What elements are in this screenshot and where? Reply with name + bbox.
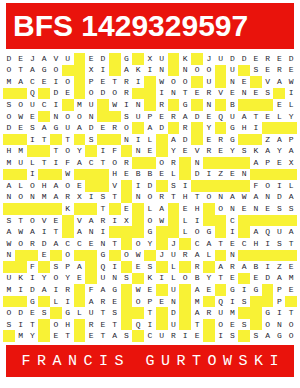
grid-block-cell	[97, 134, 109, 146]
grid-block-cell	[85, 145, 97, 157]
grid-block-cell	[168, 203, 180, 215]
grid-block-cell	[238, 307, 250, 319]
grid-letter-cell: H	[3, 145, 15, 157]
grid-block-cell	[168, 122, 180, 134]
grid-block-cell	[144, 250, 156, 262]
grid-block-cell	[109, 203, 121, 215]
grid-letter-cell: L	[273, 111, 285, 123]
grid-letter-cell: L	[285, 99, 297, 111]
grid-letter-cell: P	[273, 296, 285, 308]
grid-letter-cell: Y	[27, 330, 39, 342]
grid-letter-cell: R	[97, 296, 109, 308]
grid-block-cell	[250, 215, 262, 227]
grid-letter-cell: P	[62, 261, 74, 273]
grid-block-cell	[85, 250, 97, 262]
grid-letter-cell: H	[191, 203, 203, 215]
grid-block-cell	[191, 134, 203, 146]
grid-letter-cell: T	[109, 238, 121, 250]
grid-letter-cell: G	[179, 99, 191, 111]
grid-block-cell	[238, 65, 250, 77]
grid-letter-cell: Q	[215, 111, 227, 123]
grid-block-cell	[132, 226, 144, 238]
grid-letter-cell: A	[3, 180, 15, 192]
grid-block-cell	[97, 180, 109, 192]
grid-letter-cell: D	[285, 53, 297, 65]
grid-letter-cell: I	[132, 134, 144, 146]
grid-letter-cell: I	[97, 145, 109, 157]
grid-letter-cell: I	[144, 319, 156, 331]
grid-block-cell	[15, 296, 27, 308]
grid-letter-cell: M	[3, 76, 15, 88]
grid-letter-cell: A	[215, 261, 227, 273]
grid-letter-cell: S	[38, 307, 50, 319]
grid-letter-cell: Y	[74, 145, 86, 157]
grid-letter-cell: O	[3, 307, 15, 319]
grid-letter-cell: K	[144, 273, 156, 285]
grid-letter-cell: O	[132, 296, 144, 308]
grid-letter-cell: A	[191, 250, 203, 262]
grid-block-cell	[74, 203, 86, 215]
grid-letter-cell: E	[27, 307, 39, 319]
grid-letter-cell: I	[97, 226, 109, 238]
grid-letter-cell: B	[144, 169, 156, 181]
grid-letter-cell: N	[85, 226, 97, 238]
grid-letter-cell: T	[168, 192, 180, 204]
grid-letter-cell: T	[109, 76, 121, 88]
grid-letter-cell: E	[203, 284, 215, 296]
grid-letter-cell: O	[168, 76, 180, 88]
grid-block-cell	[203, 215, 215, 227]
grid-block-cell	[179, 307, 191, 319]
grid-letter-cell: R	[203, 88, 215, 100]
grid-letter-cell: V	[191, 145, 203, 157]
grid-letter-cell: A	[74, 226, 86, 238]
grid-letter-cell: A	[262, 330, 274, 342]
grid-block-cell	[38, 145, 50, 157]
grid-block-cell	[262, 296, 274, 308]
grid-letter-cell: R	[62, 284, 74, 296]
grid-letter-cell: Q	[262, 226, 274, 238]
grid-letter-cell: S	[27, 122, 39, 134]
grid-letter-cell: E	[144, 145, 156, 157]
grid-letter-cell: L	[168, 273, 180, 285]
grid-letter-cell: R	[262, 53, 274, 65]
grid-block-cell	[273, 250, 285, 262]
cover-title-banner: BFS 1429329597	[6, 3, 294, 49]
grid-letter-cell: R	[273, 65, 285, 77]
grid-letter-cell: A	[191, 284, 203, 296]
grid-letter-cell: G	[62, 307, 74, 319]
grid-letter-cell: I	[179, 180, 191, 192]
grid-letter-cell: A	[250, 226, 262, 238]
grid-letter-cell: C	[144, 330, 156, 342]
grid-block-cell	[262, 99, 274, 111]
grid-letter-cell: W	[132, 250, 144, 262]
grid-block-cell	[144, 76, 156, 88]
grid-letter-cell: P	[285, 134, 297, 146]
grid-letter-cell: E	[285, 65, 297, 77]
grid-letter-cell: I	[132, 180, 144, 192]
grid-block-cell	[38, 330, 50, 342]
grid-letter-cell: E	[121, 203, 133, 215]
grid-letter-cell: R	[215, 134, 227, 146]
grid-letter-cell: S	[238, 296, 250, 308]
grid-block-cell	[203, 203, 215, 215]
grid-letter-cell: W	[15, 226, 27, 238]
grid-letter-cell: L	[144, 134, 156, 146]
grid-block-cell	[132, 53, 144, 65]
grid-letter-cell: B	[132, 169, 144, 181]
grid-block-cell	[97, 99, 109, 111]
grid-block-cell	[50, 134, 62, 146]
grid-block-cell	[85, 203, 97, 215]
grid-letter-cell: Y	[38, 273, 50, 285]
grid-letter-cell: S	[144, 261, 156, 273]
grid-letter-cell: T	[62, 330, 74, 342]
grid-letter-cell: T	[191, 319, 203, 331]
grid-letter-cell: E	[215, 145, 227, 157]
grid-letter-cell: E	[156, 296, 168, 308]
grid-block-cell	[273, 215, 285, 227]
grid-letter-cell: S	[285, 203, 297, 215]
grid-letter-cell: I	[144, 65, 156, 77]
grid-letter-cell: E	[226, 319, 238, 331]
grid-letter-cell: N	[109, 273, 121, 285]
grid-letter-cell: N	[132, 192, 144, 204]
grid-letter-cell: V	[50, 53, 62, 65]
grid-letter-cell: W	[62, 169, 74, 181]
grid-letter-cell: A	[50, 192, 62, 204]
grid-block-cell	[62, 99, 74, 111]
grid-letter-cell: G	[109, 284, 121, 296]
grid-letter-cell: D	[179, 134, 191, 146]
grid-block-cell	[74, 284, 86, 296]
grid-letter-cell: F	[85, 284, 97, 296]
grid-block-cell	[203, 319, 215, 331]
grid-block-cell	[203, 261, 215, 273]
grid-letter-cell: I	[273, 307, 285, 319]
grid-letter-cell: O	[50, 319, 62, 331]
author-banner: FRANCIS GURTOWSKI	[6, 345, 294, 377]
grid-letter-cell: E	[50, 215, 62, 227]
grid-letter-cell: A	[97, 284, 109, 296]
grid-block-cell	[132, 215, 144, 227]
grid-block-cell	[3, 261, 15, 273]
grid-letter-cell: A	[273, 273, 285, 285]
grid-letter-cell: E	[250, 88, 262, 100]
grid-letter-cell: G	[250, 284, 262, 296]
grid-letter-cell: O	[62, 180, 74, 192]
grid-letter-cell: A	[38, 284, 50, 296]
grid-letter-cell: E	[156, 169, 168, 181]
grid-block-cell	[285, 122, 297, 134]
grid-letter-cell: G	[226, 134, 238, 146]
grid-letter-cell: I	[132, 76, 144, 88]
grid-letter-cell: E	[262, 111, 274, 123]
grid-letter-cell: H	[179, 192, 191, 204]
grid-block-cell	[132, 122, 144, 134]
grid-letter-cell: C	[85, 157, 97, 169]
grid-letter-cell: N	[168, 296, 180, 308]
grid-letter-cell: N	[3, 250, 15, 262]
grid-letter-cell: V	[262, 76, 274, 88]
grid-letter-cell: E	[203, 134, 215, 146]
grid-letter-cell: A	[74, 261, 86, 273]
grid-letter-cell: S	[226, 330, 238, 342]
grid-letter-cell: M	[15, 330, 27, 342]
grid-letter-cell: I	[156, 88, 168, 100]
grid-letter-cell: U	[27, 99, 39, 111]
grid-letter-cell: G	[203, 226, 215, 238]
grid-letter-cell: E	[179, 145, 191, 157]
grid-letter-cell: O	[179, 273, 191, 285]
grid-block-cell	[62, 65, 74, 77]
grid-letter-cell: P	[273, 284, 285, 296]
grid-block-cell	[168, 53, 180, 65]
grid-block-cell	[262, 250, 274, 262]
grid-letter-cell: I	[50, 284, 62, 296]
grid-block-cell	[121, 319, 133, 331]
grid-letter-cell: O	[50, 273, 62, 285]
grid-letter-cell: E	[238, 203, 250, 215]
grid-letter-cell: T	[191, 192, 203, 204]
grid-letter-cell: K	[250, 145, 262, 157]
grid-letter-cell: E	[226, 238, 238, 250]
grid-letter-cell: O	[262, 319, 274, 331]
grid-block-cell	[85, 180, 97, 192]
grid-letter-cell: N	[168, 88, 180, 100]
grid-letter-cell: I	[27, 134, 39, 146]
grid-letter-cell: O	[62, 111, 74, 123]
grid-letter-cell: E	[85, 238, 97, 250]
grid-letter-cell: I	[109, 261, 121, 273]
grid-letter-cell: T	[38, 134, 50, 146]
grid-letter-cell: S	[109, 307, 121, 319]
grid-letter-cell: W	[285, 76, 297, 88]
crossword-grid: DEJAVUEDGXUKJUDDEREDOTAGOXIAKINNOOUSEREM…	[3, 53, 297, 342]
grid-letter-cell: E	[27, 111, 39, 123]
grid-block-cell	[3, 134, 15, 146]
grid-block-cell	[74, 65, 86, 77]
grid-letter-cell: I	[226, 226, 238, 238]
grid-block-cell	[132, 330, 144, 342]
grid-block-cell	[62, 215, 74, 227]
grid-letter-cell: R	[191, 261, 203, 273]
grid-letter-cell: E	[144, 284, 156, 296]
grid-letter-cell: D	[144, 180, 156, 192]
grid-block-cell	[38, 88, 50, 100]
grid-letter-cell: L	[144, 203, 156, 215]
grid-letter-cell: U	[85, 307, 97, 319]
grid-letter-cell: S	[97, 192, 109, 204]
grid-letter-cell: Q	[97, 261, 109, 273]
grid-letter-cell: T	[144, 307, 156, 319]
grid-letter-cell: U	[62, 122, 74, 134]
grid-letter-cell: I	[250, 122, 262, 134]
grid-letter-cell: D	[15, 307, 27, 319]
grid-letter-cell: M	[38, 192, 50, 204]
grid-letter-cell: E	[74, 180, 86, 192]
grid-letter-cell: M	[3, 157, 15, 169]
grid-letter-cell: L	[27, 157, 39, 169]
grid-letter-cell: O	[179, 76, 191, 88]
grid-letter-cell: U	[85, 99, 97, 111]
grid-letter-cell: B	[191, 273, 203, 285]
grid-letter-cell: L	[285, 180, 297, 192]
grid-letter-cell: T	[27, 319, 39, 331]
grid-letter-cell: T	[250, 111, 262, 123]
grid-letter-cell: A	[109, 330, 121, 342]
grid-letter-cell: D	[156, 122, 168, 134]
grid-block-cell	[215, 122, 227, 134]
grid-block-cell	[156, 284, 168, 296]
grid-letter-cell: Y	[62, 273, 74, 285]
grid-letter-cell: F	[109, 145, 121, 157]
grid-block-cell	[215, 284, 227, 296]
grid-letter-cell: O	[132, 238, 144, 250]
grid-letter-cell: D	[226, 53, 238, 65]
grid-letter-cell: W	[109, 99, 121, 111]
grid-block-cell	[179, 296, 191, 308]
grid-letter-cell: E	[132, 261, 144, 273]
grid-letter-cell: E	[203, 111, 215, 123]
grid-letter-cell: E	[273, 157, 285, 169]
grid-letter-cell: G	[262, 307, 274, 319]
grid-letter-cell: S	[85, 134, 97, 146]
grid-block-cell	[262, 284, 274, 296]
grid-letter-cell: V	[38, 215, 50, 227]
author-name: FRANCIS GURTOWSKI	[15, 353, 285, 370]
grid-block-cell	[262, 169, 274, 181]
grid-letter-cell: L	[74, 307, 86, 319]
grid-block-cell	[179, 261, 191, 273]
grid-block-cell	[215, 226, 227, 238]
grid-letter-cell: N	[215, 192, 227, 204]
grid-block-cell	[109, 65, 121, 77]
grid-block-cell	[50, 169, 62, 181]
grid-letter-cell: O	[121, 122, 133, 134]
grid-block-cell	[168, 215, 180, 227]
grid-letter-cell: C	[226, 215, 238, 227]
grid-letter-cell: O	[191, 226, 203, 238]
grid-letter-cell: R	[109, 122, 121, 134]
grid-letter-cell: M	[3, 284, 15, 296]
grid-letter-cell: A	[273, 134, 285, 146]
grid-letter-cell: S	[250, 65, 262, 77]
grid-letter-cell: I	[273, 180, 285, 192]
grid-letter-cell: S	[273, 238, 285, 250]
grid-block-cell	[215, 215, 227, 227]
grid-letter-cell: O	[15, 99, 27, 111]
grid-block-cell	[85, 169, 97, 181]
grid-letter-cell: E	[62, 88, 74, 100]
grid-letter-cell: S	[3, 215, 15, 227]
grid-letter-cell: W	[156, 76, 168, 88]
grid-block-cell	[74, 169, 86, 181]
grid-letter-cell: O	[27, 215, 39, 227]
grid-letter-cell: C	[74, 238, 86, 250]
grid-block-cell	[156, 261, 168, 273]
grid-letter-cell: Z	[262, 134, 274, 146]
grid-block-cell	[74, 76, 86, 88]
grid-letter-cell: H	[250, 238, 262, 250]
grid-letter-cell: N	[85, 111, 97, 123]
grid-letter-cell: T	[97, 203, 109, 215]
grid-letter-cell: T	[15, 65, 27, 77]
grid-letter-cell: L	[179, 226, 191, 238]
grid-block-cell	[74, 134, 86, 146]
grid-letter-cell: X	[74, 192, 86, 204]
grid-letter-cell: O	[285, 319, 297, 331]
grid-block-cell	[285, 296, 297, 308]
grid-letter-cell: A	[144, 122, 156, 134]
grid-block-cell	[27, 145, 39, 157]
grid-letter-cell: E	[121, 169, 133, 181]
grid-letter-cell: B	[226, 99, 238, 111]
grid-letter-cell: I	[15, 284, 27, 296]
grid-letter-cell: E	[226, 169, 238, 181]
grid-letter-cell: I	[156, 273, 168, 285]
grid-letter-cell: C	[191, 238, 203, 250]
grid-letter-cell: E	[250, 273, 262, 285]
grid-letter-cell: N	[50, 111, 62, 123]
grid-letter-cell: V	[215, 88, 227, 100]
grid-block-cell	[285, 215, 297, 227]
grid-block-cell	[156, 145, 168, 157]
grid-letter-cell: T	[62, 134, 74, 146]
grid-letter-cell: N	[191, 157, 203, 169]
grid-letter-cell: I	[203, 169, 215, 181]
grid-block-cell	[109, 134, 121, 146]
grid-letter-cell: E	[285, 284, 297, 296]
grid-block-cell	[121, 261, 133, 273]
grid-letter-cell: R	[27, 238, 39, 250]
grid-letter-cell: H	[109, 169, 121, 181]
grid-letter-cell: E	[15, 122, 27, 134]
grid-letter-cell: O	[156, 157, 168, 169]
grid-block-cell	[203, 180, 215, 192]
grid-letter-cell: J	[203, 53, 215, 65]
grid-letter-cell: T	[97, 330, 109, 342]
grid-letter-cell: D	[97, 88, 109, 100]
grid-letter-cell: Y	[203, 122, 215, 134]
grid-letter-cell: A	[250, 157, 262, 169]
grid-letter-cell: I	[50, 99, 62, 111]
grid-letter-cell: R	[97, 215, 109, 227]
grid-letter-cell: N	[27, 192, 39, 204]
grid-letter-cell: E	[262, 203, 274, 215]
grid-block-cell	[3, 203, 15, 215]
grid-letter-cell: O	[3, 65, 15, 77]
grid-letter-cell: D	[97, 53, 109, 65]
grid-block-cell	[38, 111, 50, 123]
grid-letter-cell: E	[238, 76, 250, 88]
grid-block-cell	[226, 157, 238, 169]
grid-letter-cell: X	[85, 65, 97, 77]
grid-letter-cell: A	[15, 76, 27, 88]
grid-letter-cell: C	[27, 76, 39, 88]
grid-letter-cell: U	[156, 330, 168, 342]
grid-block-cell	[168, 99, 180, 111]
grid-letter-cell: A	[238, 261, 250, 273]
grid-letter-cell: G	[144, 226, 156, 238]
grid-letter-cell: R	[121, 157, 133, 169]
grid-letter-cell: R	[179, 250, 191, 262]
grid-block-cell	[38, 261, 50, 273]
grid-letter-cell: G	[50, 122, 62, 134]
grid-letter-cell: E	[191, 88, 203, 100]
grid-block-cell	[121, 296, 133, 308]
